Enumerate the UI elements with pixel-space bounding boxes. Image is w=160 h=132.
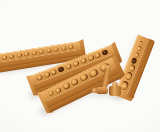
knobbed-cylinder-in-socket bbox=[31, 51, 37, 56]
empty-socket-hole bbox=[101, 49, 108, 56]
knobbed-cylinder-in-socket bbox=[16, 53, 22, 58]
knobbed-cylinder-in-socket bbox=[65, 63, 72, 70]
cylinder-body bbox=[109, 86, 121, 96]
knobbed-cylinder-in-socket bbox=[24, 52, 30, 57]
knobbed-cylinder-in-socket bbox=[87, 55, 94, 62]
knobbed-cylinder-in-socket bbox=[9, 54, 15, 59]
knobbed-cylinder-in-socket bbox=[80, 57, 87, 64]
empty-socket-hole bbox=[58, 66, 65, 73]
product-photo-stage bbox=[0, 0, 160, 132]
loose-cylinder-standing bbox=[109, 82, 121, 96]
knobbed-cylinder-in-socket bbox=[46, 48, 52, 53]
knobbed-cylinder-in-socket bbox=[1, 55, 7, 60]
knobbed-cylinder-in-socket bbox=[61, 46, 67, 51]
knobbed-cylinder-in-socket bbox=[39, 49, 45, 54]
cylinder-body bbox=[96, 87, 108, 94]
knobbed-cylinder-in-socket bbox=[43, 71, 50, 78]
knobbed-cylinder-in-socket bbox=[54, 47, 60, 52]
knobbed-cylinder-in-socket bbox=[94, 52, 101, 59]
knobbed-cylinder-in-socket bbox=[54, 87, 62, 94]
knobbed-cylinder-in-socket bbox=[48, 91, 54, 97]
knobbed-cylinder-in-socket bbox=[134, 51, 140, 57]
loose-cylinder-lying bbox=[92, 87, 108, 94]
knobbed-cylinder-in-socket bbox=[72, 60, 79, 67]
knobbed-cylinder-in-socket bbox=[136, 46, 142, 52]
knobbed-cylinder-in-socket bbox=[68, 45, 74, 50]
knobbed-cylinder-in-socket bbox=[124, 71, 132, 81]
empty-socket-hole bbox=[131, 57, 138, 64]
knobbed-cylinder-in-socket bbox=[36, 74, 43, 81]
knobbed-cylinder-in-socket bbox=[139, 41, 143, 46]
knobbed-cylinder-in-socket bbox=[50, 69, 57, 76]
